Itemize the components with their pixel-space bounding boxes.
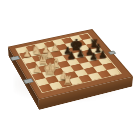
square-h8 [79, 34, 91, 40]
chess-board: ♟♞♟♟♟♟♚♜♛♟♟♟♝♟♝♟♟♚♟♜ [8, 29, 133, 100]
piece-black-rook: ♜ [87, 38, 102, 49]
clasp-icon [108, 51, 117, 55]
square-c6: ♟ [41, 53, 54, 60]
product-photo: ♟♞♟♟♟♟♚♜♛♟♟♟♝♟♝♟♟♚♟♜ [0, 0, 140, 140]
